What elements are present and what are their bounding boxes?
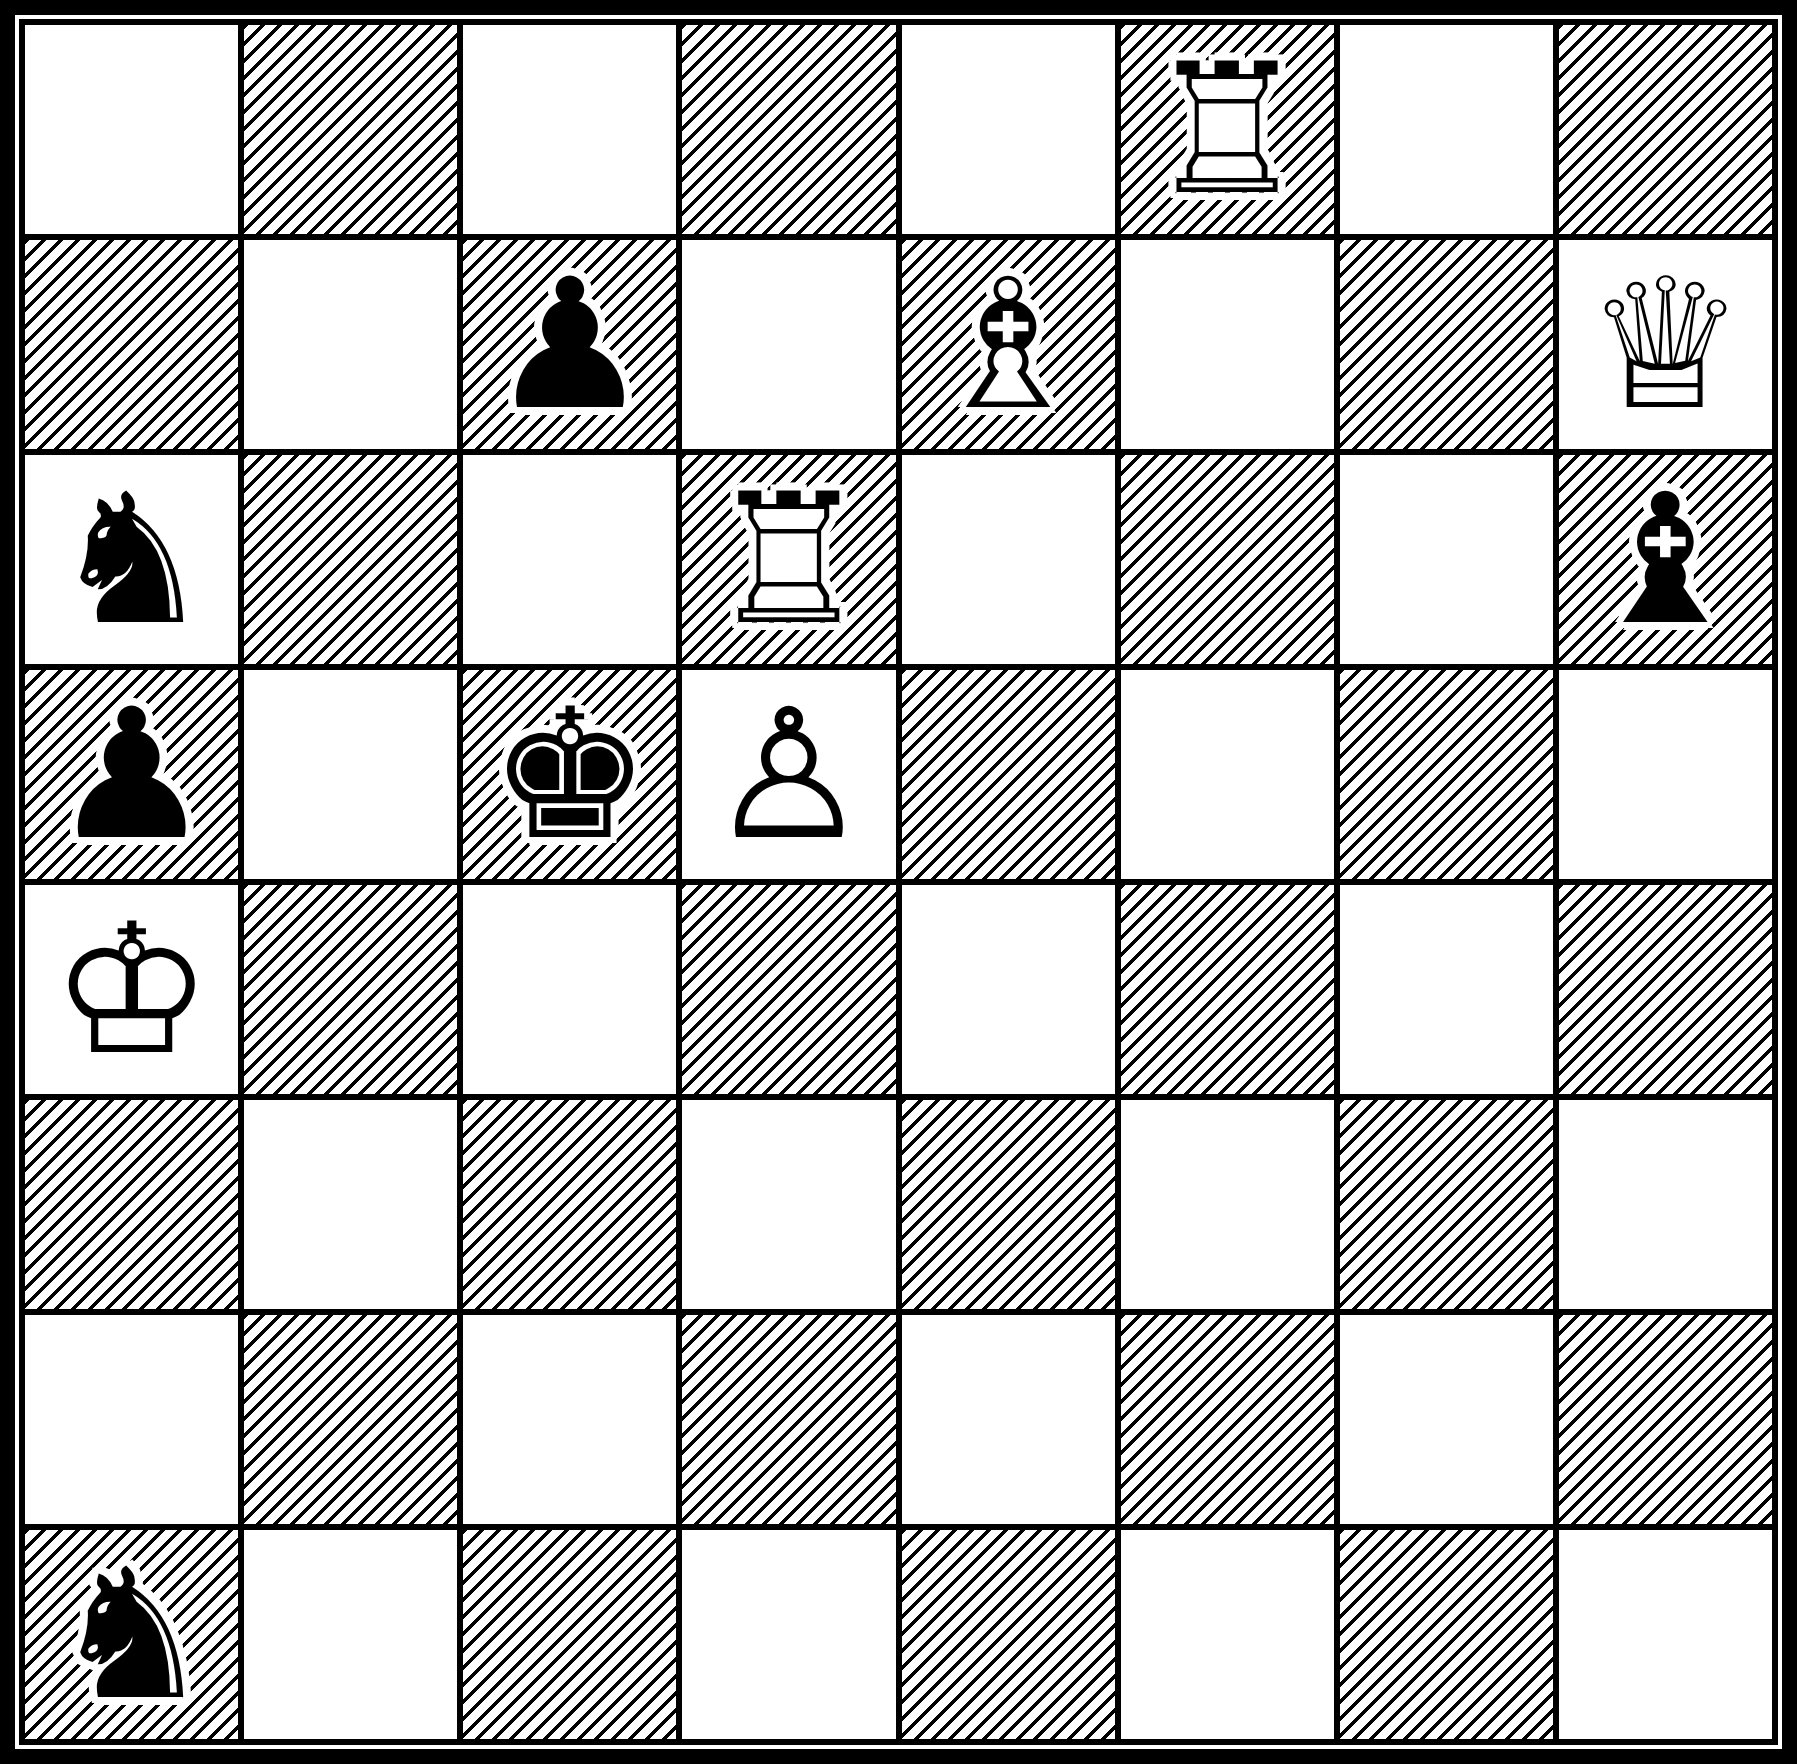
square-e1[interactable] xyxy=(902,1530,1115,1739)
square-e3[interactable] xyxy=(902,1100,1115,1309)
square-h7[interactable]: ♛♕ xyxy=(1559,240,1772,449)
square-d1[interactable] xyxy=(682,1530,895,1739)
black-king: ♚♚ xyxy=(463,670,676,879)
square-e2[interactable] xyxy=(902,1315,1115,1524)
square-d4[interactable] xyxy=(682,885,895,1094)
square-g8[interactable] xyxy=(1340,25,1553,234)
square-b6[interactable] xyxy=(244,455,457,664)
piece-glyph: ♕ xyxy=(1559,240,1772,449)
square-g2[interactable] xyxy=(1340,1315,1553,1524)
square-c2[interactable] xyxy=(463,1315,676,1524)
square-a4[interactable]: ♚♔ xyxy=(25,885,238,1094)
square-e5[interactable] xyxy=(902,670,1115,879)
square-d3[interactable] xyxy=(682,1100,895,1309)
square-g6[interactable] xyxy=(1340,455,1553,664)
piece-glyph: ♔ xyxy=(25,885,238,1094)
square-a3[interactable] xyxy=(25,1100,238,1309)
white-pawn: ♟♙ xyxy=(682,670,895,879)
square-c7[interactable]: ♟♟ xyxy=(463,240,676,449)
square-c6[interactable] xyxy=(463,455,676,664)
piece-glyph: ♖ xyxy=(1121,25,1334,234)
piece-glyph: ♝ xyxy=(1559,455,1772,664)
square-e7[interactable]: ♝♗ xyxy=(902,240,1115,449)
chess-board: ♜♖♟♟♝♗♛♕♞♞♜♖♝♝♟♟♚♚♟♙♚♔♞♞ xyxy=(19,19,1778,1745)
piece-glyph: ♙ xyxy=(682,670,895,879)
square-b5[interactable] xyxy=(244,670,457,879)
white-queen: ♛♕ xyxy=(1559,240,1772,449)
square-g1[interactable] xyxy=(1340,1530,1553,1739)
black-knight: ♞♞ xyxy=(25,455,238,664)
square-a5[interactable]: ♟♟ xyxy=(25,670,238,879)
square-a6[interactable]: ♞♞ xyxy=(25,455,238,664)
black-pawn: ♟♟ xyxy=(25,670,238,879)
square-h3[interactable] xyxy=(1559,1100,1772,1309)
square-b4[interactable] xyxy=(244,885,457,1094)
square-c8[interactable] xyxy=(463,25,676,234)
square-f8[interactable]: ♜♖ xyxy=(1121,25,1334,234)
square-b7[interactable] xyxy=(244,240,457,449)
square-h2[interactable] xyxy=(1559,1315,1772,1524)
black-pawn: ♟♟ xyxy=(463,240,676,449)
square-f1[interactable] xyxy=(1121,1530,1334,1739)
piece-glyph: ♖ xyxy=(682,455,895,664)
square-e4[interactable] xyxy=(902,885,1115,1094)
square-g5[interactable] xyxy=(1340,670,1553,879)
square-f4[interactable] xyxy=(1121,885,1334,1094)
piece-glyph: ♚ xyxy=(463,670,676,879)
square-h6[interactable]: ♝♝ xyxy=(1559,455,1772,664)
square-a1[interactable]: ♞♞ xyxy=(25,1530,238,1739)
square-c4[interactable] xyxy=(463,885,676,1094)
square-f2[interactable] xyxy=(1121,1315,1334,1524)
square-e6[interactable] xyxy=(902,455,1115,664)
piece-glyph: ♞ xyxy=(25,455,238,664)
piece-glyph: ♗ xyxy=(902,240,1115,449)
square-a8[interactable] xyxy=(25,25,238,234)
square-h8[interactable] xyxy=(1559,25,1772,234)
square-d6[interactable]: ♜♖ xyxy=(682,455,895,664)
piece-glyph: ♟ xyxy=(463,240,676,449)
square-b8[interactable] xyxy=(244,25,457,234)
square-d2[interactable] xyxy=(682,1315,895,1524)
board-frame: ♜♖♟♟♝♗♛♕♞♞♜♖♝♝♟♟♚♚♟♙♚♔♞♞ xyxy=(0,0,1797,1764)
square-f6[interactable] xyxy=(1121,455,1334,664)
square-h5[interactable] xyxy=(1559,670,1772,879)
square-f7[interactable] xyxy=(1121,240,1334,449)
square-d8[interactable] xyxy=(682,25,895,234)
black-bishop: ♝♝ xyxy=(1559,455,1772,664)
square-b3[interactable] xyxy=(244,1100,457,1309)
square-c5[interactable]: ♚♚ xyxy=(463,670,676,879)
square-c1[interactable] xyxy=(463,1530,676,1739)
white-rook: ♜♖ xyxy=(682,455,895,664)
square-e8[interactable] xyxy=(902,25,1115,234)
square-b1[interactable] xyxy=(244,1530,457,1739)
square-d7[interactable] xyxy=(682,240,895,449)
square-b2[interactable] xyxy=(244,1315,457,1524)
square-g3[interactable] xyxy=(1340,1100,1553,1309)
black-knight: ♞♞ xyxy=(25,1530,238,1739)
piece-glyph: ♟ xyxy=(25,670,238,879)
square-d5[interactable]: ♟♙ xyxy=(682,670,895,879)
white-king: ♚♔ xyxy=(25,885,238,1094)
square-a2[interactable] xyxy=(25,1315,238,1524)
piece-glyph: ♞ xyxy=(25,1530,238,1739)
square-g4[interactable] xyxy=(1340,885,1553,1094)
square-h1[interactable] xyxy=(1559,1530,1772,1739)
square-c3[interactable] xyxy=(463,1100,676,1309)
square-f5[interactable] xyxy=(1121,670,1334,879)
square-a7[interactable] xyxy=(25,240,238,449)
white-rook: ♜♖ xyxy=(1121,25,1334,234)
square-f3[interactable] xyxy=(1121,1100,1334,1309)
square-g7[interactable] xyxy=(1340,240,1553,449)
white-bishop: ♝♗ xyxy=(902,240,1115,449)
square-h4[interactable] xyxy=(1559,885,1772,1094)
